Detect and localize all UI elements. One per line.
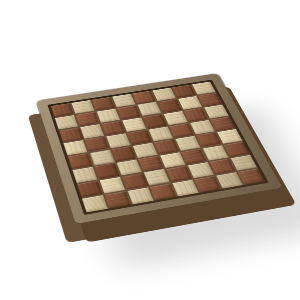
board-square[interactable] — [144, 169, 170, 185]
board-square[interactable] — [172, 180, 198, 197]
photo-canvas — [0, 0, 300, 300]
board-square[interactable] — [150, 184, 176, 201]
chessboard-frame — [36, 73, 282, 224]
board-square[interactable] — [238, 169, 265, 185]
board-well — [47, 80, 268, 215]
board-square[interactable] — [85, 136, 109, 151]
scene — [0, 0, 300, 300]
board-square[interactable] — [82, 195, 108, 212]
board-grid — [51, 82, 265, 213]
board-square[interactable] — [105, 191, 131, 208]
board-square[interactable] — [138, 102, 162, 116]
board-square[interactable] — [128, 187, 154, 204]
board-square[interactable] — [117, 160, 142, 176]
